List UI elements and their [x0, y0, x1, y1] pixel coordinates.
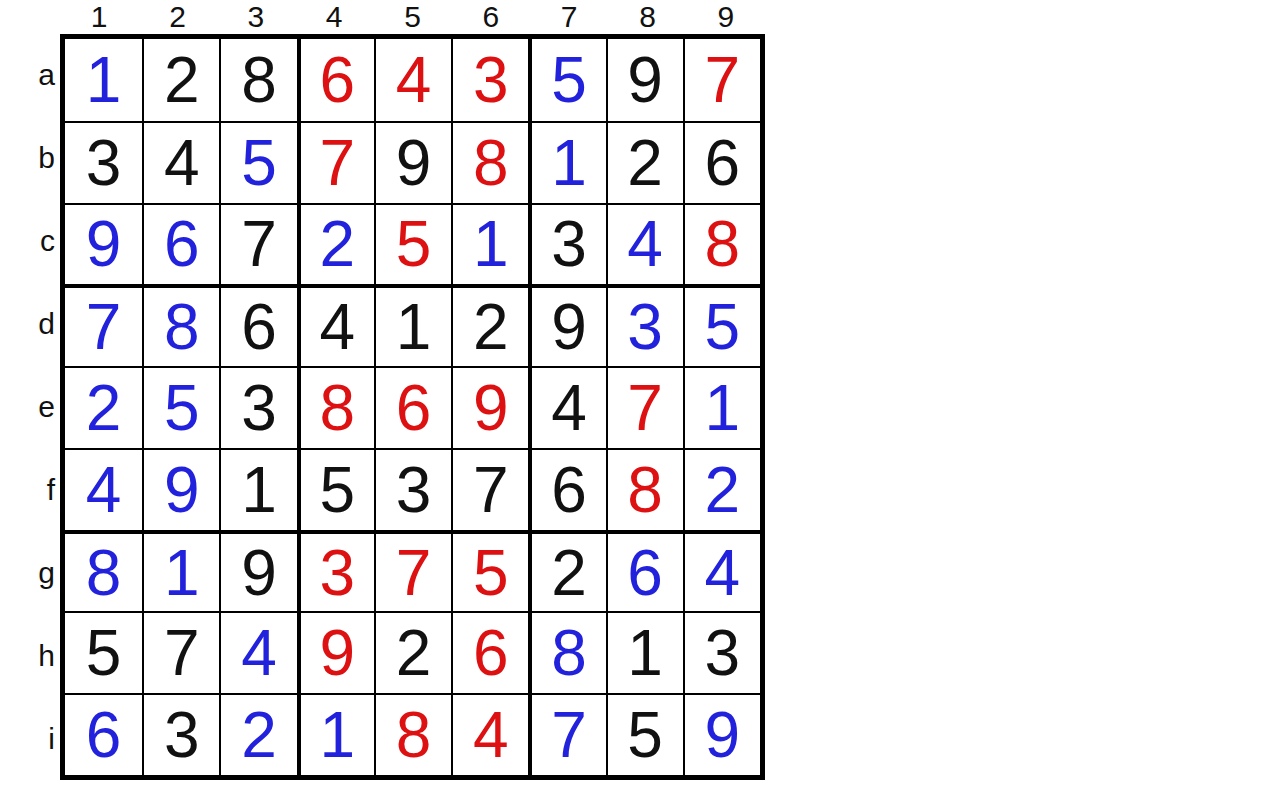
cell-d9[interactable]: 5	[683, 284, 760, 366]
cell-g7[interactable]: 2	[528, 530, 605, 612]
col-label-5: 5	[373, 0, 451, 34]
cell-d6[interactable]: 2	[451, 284, 528, 366]
row-label-e: e	[28, 366, 60, 449]
cell-i1[interactable]: 6	[65, 693, 142, 775]
col-label-9: 9	[687, 0, 765, 34]
cell-f1[interactable]: 4	[65, 448, 142, 530]
cell-d8[interactable]: 3	[606, 284, 683, 366]
cell-e3[interactable]: 3	[219, 366, 296, 448]
cell-a1[interactable]: 1	[65, 39, 142, 121]
cell-e1[interactable]: 2	[65, 366, 142, 448]
cell-d7[interactable]: 9	[528, 284, 605, 366]
cell-g6[interactable]: 5	[451, 530, 528, 612]
cell-a5[interactable]: 4	[374, 39, 451, 121]
col-label-8: 8	[608, 0, 686, 34]
cell-i8[interactable]: 5	[606, 693, 683, 775]
cell-d2[interactable]: 8	[142, 284, 219, 366]
cell-a7[interactable]: 5	[528, 39, 605, 121]
cell-h1[interactable]: 5	[65, 611, 142, 693]
cell-h6[interactable]: 6	[451, 611, 528, 693]
cell-g5[interactable]: 7	[374, 530, 451, 612]
row-label-a: a	[28, 34, 60, 117]
cell-b7[interactable]: 1	[528, 121, 605, 203]
cell-b5[interactable]: 9	[374, 121, 451, 203]
cell-i7[interactable]: 7	[528, 693, 605, 775]
cell-f8[interactable]: 8	[606, 448, 683, 530]
cell-f2[interactable]: 9	[142, 448, 219, 530]
cell-f9[interactable]: 2	[683, 448, 760, 530]
cell-g4[interactable]: 3	[297, 530, 374, 612]
cell-c7[interactable]: 3	[528, 203, 605, 285]
cell-c6[interactable]: 1	[451, 203, 528, 285]
cell-f3[interactable]: 1	[219, 448, 296, 530]
cell-h2[interactable]: 7	[142, 611, 219, 693]
cell-f5[interactable]: 3	[374, 448, 451, 530]
col-label-1: 1	[60, 0, 138, 34]
cell-i4[interactable]: 1	[297, 693, 374, 775]
cell-e6[interactable]: 9	[451, 366, 528, 448]
cell-b1[interactable]: 3	[65, 121, 142, 203]
cell-c2[interactable]: 6	[142, 203, 219, 285]
cell-b2[interactable]: 4	[142, 121, 219, 203]
col-label-2: 2	[138, 0, 216, 34]
cell-i6[interactable]: 4	[451, 693, 528, 775]
row-label-h: h	[28, 614, 60, 697]
cell-i5[interactable]: 8	[374, 693, 451, 775]
cell-c1[interactable]: 9	[65, 203, 142, 285]
cell-c8[interactable]: 4	[606, 203, 683, 285]
cell-g8[interactable]: 6	[606, 530, 683, 612]
cell-g3[interactable]: 9	[219, 530, 296, 612]
cell-d5[interactable]: 1	[374, 284, 451, 366]
cell-e4[interactable]: 8	[297, 366, 374, 448]
col-label-3: 3	[217, 0, 295, 34]
cell-a8[interactable]: 9	[606, 39, 683, 121]
col-label-7: 7	[530, 0, 608, 34]
cell-e9[interactable]: 1	[683, 366, 760, 448]
cell-e2[interactable]: 5	[142, 366, 219, 448]
col-label-4: 4	[295, 0, 373, 34]
row-label-i: i	[28, 697, 60, 780]
cell-a4[interactable]: 6	[297, 39, 374, 121]
cell-b6[interactable]: 8	[451, 121, 528, 203]
cell-h4[interactable]: 9	[297, 611, 374, 693]
column-labels: 123456789	[60, 0, 765, 34]
cell-h5[interactable]: 2	[374, 611, 451, 693]
cell-b9[interactable]: 6	[683, 121, 760, 203]
cell-i3[interactable]: 2	[219, 693, 296, 775]
row-label-d: d	[28, 283, 60, 366]
row-label-c: c	[28, 200, 60, 283]
cell-c5[interactable]: 5	[374, 203, 451, 285]
cell-d3[interactable]: 6	[219, 284, 296, 366]
cell-c4[interactable]: 2	[297, 203, 374, 285]
cell-e5[interactable]: 6	[374, 366, 451, 448]
row-label-g: g	[28, 531, 60, 614]
cell-i2[interactable]: 3	[142, 693, 219, 775]
cell-h9[interactable]: 3	[683, 611, 760, 693]
cell-g1[interactable]: 8	[65, 530, 142, 612]
cell-b8[interactable]: 2	[606, 121, 683, 203]
cell-i9[interactable]: 9	[683, 693, 760, 775]
row-label-b: b	[28, 117, 60, 200]
cell-f6[interactable]: 7	[451, 448, 528, 530]
row-label-f: f	[28, 448, 60, 531]
cell-a6[interactable]: 3	[451, 39, 528, 121]
cell-e8[interactable]: 7	[606, 366, 683, 448]
cell-e7[interactable]: 4	[528, 366, 605, 448]
cell-a2[interactable]: 2	[142, 39, 219, 121]
cell-d1[interactable]: 7	[65, 284, 142, 366]
cell-f7[interactable]: 6	[528, 448, 605, 530]
cell-g9[interactable]: 4	[683, 530, 760, 612]
cell-d4[interactable]: 4	[297, 284, 374, 366]
cell-f4[interactable]: 5	[297, 448, 374, 530]
board-corner-spacer	[28, 0, 60, 34]
cell-b3[interactable]: 5	[219, 121, 296, 203]
cell-a9[interactable]: 7	[683, 39, 760, 121]
cell-h3[interactable]: 4	[219, 611, 296, 693]
cell-h8[interactable]: 1	[606, 611, 683, 693]
sudoku-grid: 1286435973457981269672513487864129352538…	[60, 34, 765, 780]
col-label-6: 6	[452, 0, 530, 34]
cell-h7[interactable]: 8	[528, 611, 605, 693]
cell-c9[interactable]: 8	[683, 203, 760, 285]
cell-b4[interactable]: 7	[297, 121, 374, 203]
cell-a3[interactable]: 8	[219, 39, 296, 121]
cell-g2[interactable]: 1	[142, 530, 219, 612]
sudoku-board: 123456789 abcdefghi 12864359734579812696…	[28, 0, 765, 780]
row-labels: abcdefghi	[28, 34, 60, 780]
cell-c3[interactable]: 7	[219, 203, 296, 285]
